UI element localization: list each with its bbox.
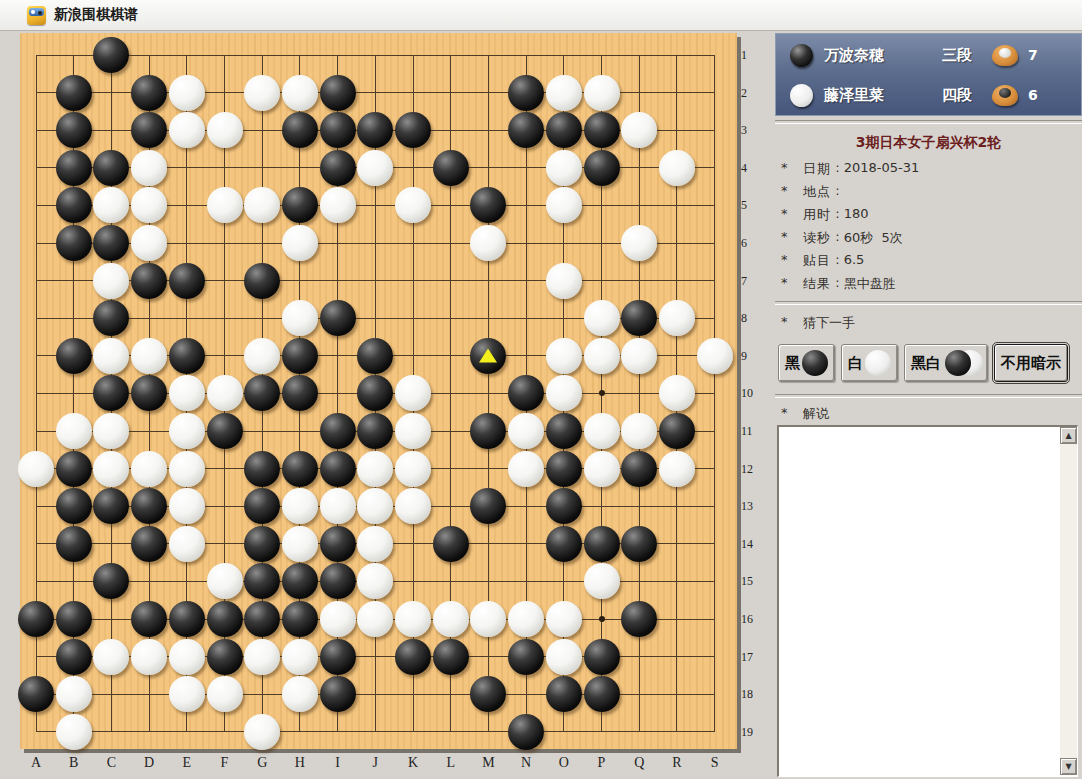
info-label: 用时 xyxy=(803,206,831,224)
stone-I16[interactable] xyxy=(320,601,356,637)
black-player-rank: 三段 xyxy=(942,46,986,65)
stone-Q8[interactable] xyxy=(621,300,657,336)
white-stone-icon xyxy=(865,350,891,376)
column-label-H: H xyxy=(290,755,310,771)
stone-O12[interactable] xyxy=(546,451,582,487)
black-stone-icon xyxy=(802,350,828,376)
stone-E17[interactable] xyxy=(169,639,205,675)
stone-B14[interactable] xyxy=(56,526,92,562)
stone-G9[interactable] xyxy=(244,338,280,374)
stone-J11[interactable] xyxy=(357,413,393,449)
bullet: * xyxy=(781,229,803,247)
row-label-19: 19 xyxy=(741,725,761,740)
stone-N12[interactable] xyxy=(508,451,544,487)
stone-E9[interactable] xyxy=(169,338,205,374)
stone-I13[interactable] xyxy=(320,488,356,524)
stone-O2[interactable] xyxy=(546,75,582,111)
column-label-G: G xyxy=(252,755,272,771)
commentary-label: * 解说 xyxy=(781,405,829,423)
row-label-2: 2 xyxy=(741,86,761,101)
stone-C9[interactable] xyxy=(93,338,129,374)
scroll-down-icon[interactable]: ▼ xyxy=(1060,758,1077,775)
stone-P18[interactable] xyxy=(584,676,620,712)
stone-O16[interactable] xyxy=(546,601,582,637)
column-label-M: M xyxy=(478,755,498,771)
stone-B9[interactable] xyxy=(56,338,92,374)
grid-line xyxy=(714,55,715,732)
white-stone-icon xyxy=(790,84,813,107)
stone-J16[interactable] xyxy=(357,601,393,637)
stone-H12[interactable] xyxy=(282,451,318,487)
stone-C15[interactable] xyxy=(93,563,129,599)
stone-N19[interactable] xyxy=(508,714,544,750)
info-row-komi: * 贴目 : 6.5 xyxy=(781,252,1079,270)
stone-J4[interactable] xyxy=(357,150,393,186)
stone-O7[interactable] xyxy=(546,263,582,299)
stone-P3[interactable] xyxy=(584,112,620,148)
guess-black-label: 黑 xyxy=(785,354,800,373)
stone-E3[interactable] xyxy=(169,112,205,148)
row-label-5: 5 xyxy=(741,198,761,213)
row-label-14: 14 xyxy=(741,537,761,552)
stone-M18[interactable] xyxy=(470,676,506,712)
stone-D3[interactable] xyxy=(131,112,167,148)
white-player-rank: 四段 xyxy=(942,86,986,105)
info-row-result: * 结果 : 黑中盘胜 xyxy=(781,275,1079,293)
separator xyxy=(775,394,1082,398)
column-label-F: F xyxy=(215,755,235,771)
stone-D4[interactable] xyxy=(131,150,167,186)
last-move-marker xyxy=(479,348,497,362)
stone-F18[interactable] xyxy=(207,676,243,712)
column-label-S: S xyxy=(705,755,725,771)
stone-M6[interactable] xyxy=(470,225,506,261)
info-sep: : xyxy=(831,206,844,224)
row-label-17: 17 xyxy=(741,650,761,665)
bullet: * xyxy=(781,405,803,423)
stone-Q6[interactable] xyxy=(621,225,657,261)
column-label-B: B xyxy=(64,755,84,771)
go-board[interactable] xyxy=(20,33,737,749)
info-row-date: * 日期 : 2018-05-31 xyxy=(781,160,1079,178)
stone-R8[interactable] xyxy=(659,300,695,336)
stone-F16[interactable] xyxy=(207,601,243,637)
row-label-13: 13 xyxy=(741,499,761,514)
stone-B3[interactable] xyxy=(56,112,92,148)
row-label-12: 12 xyxy=(741,462,761,477)
stone-P17[interactable] xyxy=(584,639,620,675)
stone-H10[interactable] xyxy=(282,375,318,411)
stone-H18[interactable] xyxy=(282,676,318,712)
bullet: * xyxy=(781,314,803,332)
guess-white-button[interactable]: 白 xyxy=(841,344,898,382)
stone-O13[interactable] xyxy=(546,488,582,524)
stone-L14[interactable] xyxy=(433,526,469,562)
row-label-1: 1 xyxy=(741,48,761,63)
column-label-L: L xyxy=(441,755,461,771)
column-label-C: C xyxy=(101,755,121,771)
guess-next-move-label: * 猜下一手 xyxy=(781,314,855,332)
column-label-E: E xyxy=(177,755,197,771)
no-hint-button[interactable]: 不用暗示 xyxy=(994,344,1068,382)
stone-C13[interactable] xyxy=(93,488,129,524)
stone-G16[interactable] xyxy=(244,601,280,637)
info-label: 地点 xyxy=(803,183,831,201)
players-box: 万波奈穂 三段 7 藤泽里菜 四段 6 xyxy=(775,33,1082,116)
white-captures-count: 6 xyxy=(1028,87,1038,103)
stone-R11[interactable] xyxy=(659,413,695,449)
stone-E11[interactable] xyxy=(169,413,205,449)
stone-G10[interactable] xyxy=(244,375,280,411)
stone-I2[interactable] xyxy=(320,75,356,111)
stone-F10[interactable] xyxy=(207,375,243,411)
go-board-area: ABCDEFGHIJKLMNOPQRS123456789101112131415… xyxy=(20,33,761,777)
stone-C5[interactable] xyxy=(93,187,129,223)
white-player-name: 藤泽里菜 xyxy=(824,86,942,105)
stone-H5[interactable] xyxy=(282,187,318,223)
stone-J14[interactable] xyxy=(357,526,393,562)
stone-A12[interactable] xyxy=(18,451,54,487)
stone-E2[interactable] xyxy=(169,75,205,111)
app-icon xyxy=(27,6,46,25)
stone-J12[interactable] xyxy=(357,451,393,487)
stone-M9[interactable] xyxy=(470,338,506,374)
row-label-11: 11 xyxy=(741,424,761,439)
stone-C17[interactable] xyxy=(93,639,129,675)
stone-C12[interactable] xyxy=(93,451,129,487)
info-sep: : xyxy=(831,252,844,270)
stone-B18[interactable] xyxy=(56,676,92,712)
stone-C6[interactable] xyxy=(93,225,129,261)
stone-K5[interactable] xyxy=(395,187,431,223)
stone-O10[interactable] xyxy=(546,375,582,411)
stone-J15[interactable] xyxy=(357,563,393,599)
stone-F15[interactable] xyxy=(207,563,243,599)
row-label-10: 10 xyxy=(741,386,761,401)
stone-G15[interactable] xyxy=(244,563,280,599)
stone-O9[interactable] xyxy=(546,338,582,374)
stone-N11[interactable] xyxy=(508,413,544,449)
black-captures-count: 7 xyxy=(1028,47,1038,63)
guess-white-label: 白 xyxy=(848,354,863,373)
bullet: * xyxy=(781,183,803,201)
stone-C8[interactable] xyxy=(93,300,129,336)
stone-J9[interactable] xyxy=(357,338,393,374)
stone-D6[interactable] xyxy=(131,225,167,261)
stone-D2[interactable] xyxy=(131,75,167,111)
stone-O5[interactable] xyxy=(546,187,582,223)
stone-B4[interactable] xyxy=(56,150,92,186)
stone-P12[interactable] xyxy=(584,451,620,487)
guess-both-button[interactable]: 黑白 xyxy=(904,344,988,382)
stone-G12[interactable] xyxy=(244,451,280,487)
black-player-row: 万波奈穂 三段 7 xyxy=(776,35,1081,75)
column-label-P: P xyxy=(592,755,612,771)
commentary-label-text: 解说 xyxy=(803,405,829,423)
stone-M16[interactable] xyxy=(470,601,506,637)
stone-I18[interactable] xyxy=(320,676,356,712)
stone-B2[interactable] xyxy=(56,75,92,111)
stone-R10[interactable] xyxy=(659,375,695,411)
info-value: 60秒 5次 xyxy=(844,229,903,247)
column-label-D: D xyxy=(139,755,159,771)
star-point xyxy=(599,616,605,622)
commentary-scrollbar[interactable]: ▲ ▼ xyxy=(1060,427,1077,775)
info-sep: : xyxy=(831,160,844,178)
stone-L4[interactable] xyxy=(433,150,469,186)
stone-H16[interactable] xyxy=(282,601,318,637)
stone-D12[interactable] xyxy=(131,451,167,487)
stone-N2[interactable] xyxy=(508,75,544,111)
prisoner-bowl-white-stones-icon xyxy=(992,45,1018,66)
info-label: 贴目 xyxy=(803,252,831,270)
stone-N16[interactable] xyxy=(508,601,544,637)
guess-buttons: 黑 白 黑白 不用暗示 xyxy=(778,344,1074,382)
row-label-7: 7 xyxy=(741,274,761,289)
stone-J13[interactable] xyxy=(357,488,393,524)
stone-B12[interactable] xyxy=(56,451,92,487)
stone-P9[interactable] xyxy=(584,338,620,374)
stone-R12[interactable] xyxy=(659,451,695,487)
stone-D7[interactable] xyxy=(131,263,167,299)
stone-K10[interactable] xyxy=(395,375,431,411)
stone-G19[interactable] xyxy=(244,714,280,750)
stone-K16[interactable] xyxy=(395,601,431,637)
no-hint-label: 不用暗示 xyxy=(1001,354,1061,373)
stone-G13[interactable] xyxy=(244,488,280,524)
stone-C10[interactable] xyxy=(93,375,129,411)
stone-D5[interactable] xyxy=(131,187,167,223)
stone-D10[interactable] xyxy=(131,375,167,411)
scroll-up-icon[interactable]: ▲ xyxy=(1060,427,1077,444)
stone-K12[interactable] xyxy=(395,451,431,487)
column-label-A: A xyxy=(26,755,46,771)
stone-H17[interactable] xyxy=(282,639,318,675)
column-label-J: J xyxy=(365,755,385,771)
info-row-byoyomi: * 读秒 : 60秒 5次 xyxy=(781,229,1079,247)
stone-H3[interactable] xyxy=(282,112,318,148)
info-value: 2018-05-31 xyxy=(844,160,920,178)
stone-L17[interactable] xyxy=(433,639,469,675)
column-label-R: R xyxy=(667,755,687,771)
stone-E13[interactable] xyxy=(169,488,205,524)
stone-B16[interactable] xyxy=(56,601,92,637)
stone-G2[interactable] xyxy=(244,75,280,111)
black-stone-icon xyxy=(790,44,813,67)
stone-B19[interactable] xyxy=(56,714,92,750)
bullet: * xyxy=(781,252,803,270)
stone-B13[interactable] xyxy=(56,488,92,524)
app-title: 新浪围棋棋谱 xyxy=(54,6,138,24)
row-label-16: 16 xyxy=(741,612,761,627)
stone-B6[interactable] xyxy=(56,225,92,261)
stone-Q16[interactable] xyxy=(621,601,657,637)
stone-P4[interactable] xyxy=(584,150,620,186)
info-label: 结果 xyxy=(803,275,831,293)
bullet: * xyxy=(781,160,803,178)
stone-S9[interactable] xyxy=(697,338,733,374)
stone-F5[interactable] xyxy=(207,187,243,223)
stone-G14[interactable] xyxy=(244,526,280,562)
white-player-row: 藤泽里菜 四段 6 xyxy=(776,75,1081,115)
stone-J3[interactable] xyxy=(357,112,393,148)
stone-M11[interactable] xyxy=(470,413,506,449)
stone-C1[interactable] xyxy=(93,37,129,73)
stone-O18[interactable] xyxy=(546,676,582,712)
stone-P8[interactable] xyxy=(584,300,620,336)
stone-D17[interactable] xyxy=(131,639,167,675)
stone-C4[interactable] xyxy=(93,150,129,186)
info-sep: : xyxy=(831,229,844,247)
stone-E10[interactable] xyxy=(169,375,205,411)
stone-I3[interactable] xyxy=(320,112,356,148)
stone-H9[interactable] xyxy=(282,338,318,374)
black-player-name: 万波奈穂 xyxy=(824,46,942,65)
separator xyxy=(775,301,1082,305)
stone-O11[interactable] xyxy=(546,413,582,449)
stone-G5[interactable] xyxy=(244,187,280,223)
column-label-K: K xyxy=(403,755,423,771)
commentary-textarea[interactable]: ▲ ▼ xyxy=(777,425,1078,777)
info-row-time: * 用时 : 180 xyxy=(781,206,1079,224)
stone-B17[interactable] xyxy=(56,639,92,675)
stone-P2[interactable] xyxy=(584,75,620,111)
stone-M13[interactable] xyxy=(470,488,506,524)
stone-P14[interactable] xyxy=(584,526,620,562)
star-point xyxy=(599,390,605,396)
stone-E12[interactable] xyxy=(169,451,205,487)
guess-black-button[interactable]: 黑 xyxy=(778,344,835,382)
stone-I17[interactable] xyxy=(320,639,356,675)
stone-D9[interactable] xyxy=(131,338,167,374)
row-label-6: 6 xyxy=(741,236,761,251)
stone-H15[interactable] xyxy=(282,563,318,599)
stone-K3[interactable] xyxy=(395,112,431,148)
grid-line xyxy=(36,731,715,732)
stone-E18[interactable] xyxy=(169,676,205,712)
stone-C7[interactable] xyxy=(93,263,129,299)
stone-C11[interactable] xyxy=(93,413,129,449)
column-label-Q: Q xyxy=(629,755,649,771)
info-value: 6.5 xyxy=(844,252,865,270)
stone-D13[interactable] xyxy=(131,488,167,524)
event-title: 3期日本女子扇兴杯2轮 xyxy=(775,134,1082,152)
stone-Q14[interactable] xyxy=(621,526,657,562)
stone-A18[interactable] xyxy=(18,676,54,712)
stone-N3[interactable] xyxy=(508,112,544,148)
separator xyxy=(775,120,1082,124)
stone-P15[interactable] xyxy=(584,563,620,599)
column-label-O: O xyxy=(554,755,574,771)
info-label: 日期 xyxy=(803,160,831,178)
stone-B11[interactable] xyxy=(56,413,92,449)
side-panel: 万波奈穂 三段 7 藤泽里菜 四段 6 3期日本女子扇兴杯2轮 * 日期 : 2… xyxy=(775,0,1082,779)
guess-both-label: 黑白 xyxy=(911,354,941,373)
info-sep: : xyxy=(831,275,844,293)
prisoner-bowl-black-stones-icon xyxy=(992,85,1018,106)
row-label-8: 8 xyxy=(741,311,761,326)
info-label: 读秒 xyxy=(803,229,831,247)
stone-M5[interactable] xyxy=(470,187,506,223)
stone-L16[interactable] xyxy=(433,601,469,637)
guess-label-text: 猜下一手 xyxy=(803,314,855,332)
info-value: 180 xyxy=(844,206,869,224)
stone-G7[interactable] xyxy=(244,263,280,299)
stone-O14[interactable] xyxy=(546,526,582,562)
column-label-N: N xyxy=(516,755,536,771)
stone-H13[interactable] xyxy=(282,488,318,524)
row-label-18: 18 xyxy=(741,687,761,702)
column-label-I: I xyxy=(328,755,348,771)
info-value: 黑中盘胜 xyxy=(844,275,896,293)
stone-I12[interactable] xyxy=(320,451,356,487)
info-sep: : xyxy=(831,183,844,201)
stone-G17[interactable] xyxy=(244,639,280,675)
stone-F11[interactable] xyxy=(207,413,243,449)
stone-A16[interactable] xyxy=(18,601,54,637)
stone-J10[interactable] xyxy=(357,375,393,411)
bullet: * xyxy=(781,275,803,293)
stone-Q11[interactable] xyxy=(621,413,657,449)
stone-O4[interactable] xyxy=(546,150,582,186)
stone-Q3[interactable] xyxy=(621,112,657,148)
stone-I4[interactable] xyxy=(320,150,356,186)
stone-H8[interactable] xyxy=(282,300,318,336)
stone-H6[interactable] xyxy=(282,225,318,261)
row-label-3: 3 xyxy=(741,123,761,138)
stone-K17[interactable] xyxy=(395,639,431,675)
stone-D14[interactable] xyxy=(131,526,167,562)
stone-I11[interactable] xyxy=(320,413,356,449)
stone-R4[interactable] xyxy=(659,150,695,186)
stone-N10[interactable] xyxy=(508,375,544,411)
stone-I14[interactable] xyxy=(320,526,356,562)
stone-K11[interactable] xyxy=(395,413,431,449)
stone-D16[interactable] xyxy=(131,601,167,637)
info-row-place: * 地点 : xyxy=(781,183,1079,201)
stone-F3[interactable] xyxy=(207,112,243,148)
stone-O3[interactable] xyxy=(546,112,582,148)
row-label-15: 15 xyxy=(741,574,761,589)
stone-H14[interactable] xyxy=(282,526,318,562)
black-white-stones-icon xyxy=(943,350,981,376)
stone-H2[interactable] xyxy=(282,75,318,111)
bullet: * xyxy=(781,206,803,224)
row-label-9: 9 xyxy=(741,349,761,364)
stone-K13[interactable] xyxy=(395,488,431,524)
stone-I15[interactable] xyxy=(320,563,356,599)
stone-E14[interactable] xyxy=(169,526,205,562)
stone-N17[interactable] xyxy=(508,639,544,675)
stone-E7[interactable] xyxy=(169,263,205,299)
stone-O17[interactable] xyxy=(546,639,582,675)
stone-I8[interactable] xyxy=(320,300,356,336)
stone-E16[interactable] xyxy=(169,601,205,637)
stone-P11[interactable] xyxy=(584,413,620,449)
stone-I5[interactable] xyxy=(320,187,356,223)
row-label-4: 4 xyxy=(741,161,761,176)
stone-Q12[interactable] xyxy=(621,451,657,487)
stone-B5[interactable] xyxy=(56,187,92,223)
stone-F17[interactable] xyxy=(207,639,243,675)
stone-Q9[interactable] xyxy=(621,338,657,374)
